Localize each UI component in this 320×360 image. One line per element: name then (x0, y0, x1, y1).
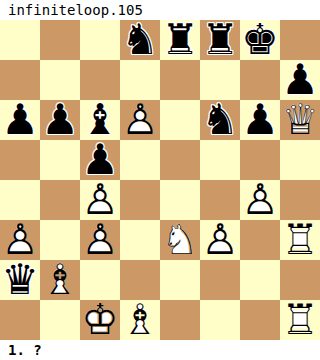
square-d8[interactable]: ♞ (120, 20, 160, 60)
white-pawn[interactable]: ♟♙ (0, 220, 40, 260)
black-pawn[interactable]: ♟ (240, 100, 280, 140)
black-pawn[interactable]: ♟ (280, 60, 320, 100)
white-bishop[interactable]: ♝♗ (40, 260, 80, 300)
move-prompt: 1. ? (0, 340, 320, 360)
black-rook[interactable]: ♜ (160, 20, 200, 60)
piece-outline-glyph: ♙ (200, 220, 240, 260)
square-f8[interactable]: ♜ (200, 20, 240, 60)
square-h4[interactable] (280, 180, 320, 220)
square-a1[interactable] (0, 300, 40, 340)
piece-outline-glyph: ♕ (280, 100, 320, 140)
piece-outline-glyph: ♙ (80, 180, 120, 220)
square-f3[interactable]: ♟♙ (200, 220, 240, 260)
piece-outline-glyph: ♙ (240, 180, 280, 220)
white-king[interactable]: ♚♔ (80, 300, 120, 340)
white-pawn[interactable]: ♟♙ (80, 220, 120, 260)
piece-fill-glyph: ♟ (280, 60, 320, 100)
square-g3[interactable] (240, 220, 280, 260)
square-h3[interactable]: ♜♖ (280, 220, 320, 260)
chess-board: ♞♜♜♚♟♟♟♝♟♙♞♟♛♕♟♟♙♟♙♟♙♟♙♞♘♟♙♜♖♛♝♗♚♔♝♗♜♖ (0, 20, 320, 340)
square-b1[interactable] (40, 300, 80, 340)
square-c3[interactable]: ♟♙ (80, 220, 120, 260)
black-queen[interactable]: ♛ (0, 260, 40, 300)
square-b6[interactable]: ♟ (40, 100, 80, 140)
square-d3[interactable] (120, 220, 160, 260)
black-pawn[interactable]: ♟ (0, 100, 40, 140)
white-knight[interactable]: ♞♘ (160, 220, 200, 260)
black-pawn[interactable]: ♟ (40, 100, 80, 140)
square-d6[interactable]: ♟♙ (120, 100, 160, 140)
black-king[interactable]: ♚ (240, 20, 280, 60)
piece-fill-glyph: ♟ (240, 100, 280, 140)
square-f1[interactable] (200, 300, 240, 340)
square-h5[interactable] (280, 140, 320, 180)
piece-outline-glyph: ♗ (120, 300, 160, 340)
square-a5[interactable] (0, 140, 40, 180)
square-e8[interactable]: ♜ (160, 20, 200, 60)
square-h1[interactable]: ♜♖ (280, 300, 320, 340)
square-e6[interactable] (160, 100, 200, 140)
square-e1[interactable] (160, 300, 200, 340)
square-b8[interactable] (40, 20, 80, 60)
square-g5[interactable] (240, 140, 280, 180)
square-g4[interactable]: ♟♙ (240, 180, 280, 220)
white-rook[interactable]: ♜♖ (280, 300, 320, 340)
square-g8[interactable]: ♚ (240, 20, 280, 60)
black-knight[interactable]: ♞ (200, 100, 240, 140)
white-pawn[interactable]: ♟♙ (120, 100, 160, 140)
square-f7[interactable] (200, 60, 240, 100)
square-c6[interactable]: ♝ (80, 100, 120, 140)
piece-fill-glyph: ♞ (120, 20, 160, 60)
square-e3[interactable]: ♞♘ (160, 220, 200, 260)
square-b4[interactable] (40, 180, 80, 220)
piece-fill-glyph: ♟ (80, 140, 120, 180)
square-g7[interactable] (240, 60, 280, 100)
square-f2[interactable] (200, 260, 240, 300)
black-bishop[interactable]: ♝ (80, 100, 120, 140)
black-pawn[interactable]: ♟ (80, 140, 120, 180)
square-d5[interactable] (120, 140, 160, 180)
square-g1[interactable] (240, 300, 280, 340)
piece-fill-glyph: ♟ (0, 100, 40, 140)
white-bishop[interactable]: ♝♗ (120, 300, 160, 340)
black-knight[interactable]: ♞ (120, 20, 160, 60)
square-c7[interactable] (80, 60, 120, 100)
piece-outline-glyph: ♙ (0, 220, 40, 260)
piece-fill-glyph: ♟ (40, 100, 80, 140)
chess-puzzle-window: infiniteloop.105 ♞♜♜♚♟♟♟♝♟♙♞♟♛♕♟♟♙♟♙♟♙♟♙… (0, 0, 320, 360)
square-e4[interactable] (160, 180, 200, 220)
square-c8[interactable] (80, 20, 120, 60)
square-h8[interactable] (280, 20, 320, 60)
square-e5[interactable] (160, 140, 200, 180)
white-rook[interactable]: ♜♖ (280, 220, 320, 260)
square-d7[interactable] (120, 60, 160, 100)
square-d4[interactable] (120, 180, 160, 220)
piece-fill-glyph: ♜ (160, 20, 200, 60)
square-g2[interactable] (240, 260, 280, 300)
square-b5[interactable] (40, 140, 80, 180)
square-f5[interactable] (200, 140, 240, 180)
square-e2[interactable] (160, 260, 200, 300)
square-a7[interactable] (0, 60, 40, 100)
square-c5[interactable]: ♟ (80, 140, 120, 180)
piece-fill-glyph: ♜ (200, 20, 240, 60)
white-pawn[interactable]: ♟♙ (240, 180, 280, 220)
piece-outline-glyph: ♙ (80, 220, 120, 260)
piece-fill-glyph: ♛ (0, 260, 40, 300)
piece-fill-glyph: ♞ (200, 100, 240, 140)
piece-outline-glyph: ♗ (40, 260, 80, 300)
square-c2[interactable] (80, 260, 120, 300)
square-f4[interactable] (200, 180, 240, 220)
piece-outline-glyph: ♖ (280, 220, 320, 260)
piece-outline-glyph: ♖ (280, 300, 320, 340)
square-a8[interactable] (0, 20, 40, 60)
square-a2[interactable]: ♛ (0, 260, 40, 300)
piece-fill-glyph: ♚ (240, 20, 280, 60)
square-h6[interactable]: ♛♕ (280, 100, 320, 140)
black-rook[interactable]: ♜ (200, 20, 240, 60)
square-f6[interactable]: ♞ (200, 100, 240, 140)
square-b7[interactable] (40, 60, 80, 100)
white-queen[interactable]: ♛♕ (280, 100, 320, 140)
square-a4[interactable] (0, 180, 40, 220)
square-e7[interactable] (160, 60, 200, 100)
square-a3[interactable]: ♟♙ (0, 220, 40, 260)
square-b2[interactable]: ♝♗ (40, 260, 80, 300)
square-b3[interactable] (40, 220, 80, 260)
square-c1[interactable]: ♚♔ (80, 300, 120, 340)
piece-outline-glyph: ♙ (120, 100, 160, 140)
piece-fill-glyph: ♝ (80, 100, 120, 140)
piece-outline-glyph: ♔ (80, 300, 120, 340)
square-d1[interactable]: ♝♗ (120, 300, 160, 340)
square-h2[interactable] (280, 260, 320, 300)
square-h7[interactable]: ♟ (280, 60, 320, 100)
square-c4[interactable]: ♟♙ (80, 180, 120, 220)
piece-outline-glyph: ♘ (160, 220, 200, 260)
white-pawn[interactable]: ♟♙ (200, 220, 240, 260)
white-pawn[interactable]: ♟♙ (80, 180, 120, 220)
square-d2[interactable] (120, 260, 160, 300)
square-a6[interactable]: ♟ (0, 100, 40, 140)
square-g6[interactable]: ♟ (240, 100, 280, 140)
